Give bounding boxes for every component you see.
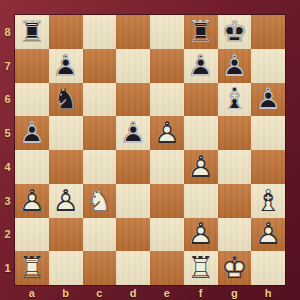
pawn-fill-glyph: ♟ [116, 116, 150, 150]
pawn-outline-glyph: ♙ [15, 116, 49, 150]
bishop-outline-glyph: ♗ [251, 184, 285, 218]
square-c7[interactable] [83, 49, 117, 83]
pawn-fill-glyph: ♟ [184, 218, 218, 252]
piece-white-pawn[interactable]: ♟♙ [184, 218, 218, 252]
file-label-e: e [150, 285, 184, 300]
king-fill-glyph: ♚ [218, 251, 252, 285]
square-h1[interactable] [251, 251, 285, 285]
file-label-a: a [15, 285, 49, 300]
piece-black-king[interactable]: ♚♔ [218, 15, 252, 49]
rank-label-6: 6 [0, 83, 15, 117]
square-c1[interactable] [83, 251, 117, 285]
square-f5[interactable] [184, 116, 218, 150]
piece-black-bishop[interactable]: ♝♗ [218, 83, 252, 117]
square-h5[interactable] [251, 116, 285, 150]
square-e3[interactable] [150, 184, 184, 218]
square-e1[interactable] [150, 251, 184, 285]
knight-outline-glyph: ♘ [49, 83, 83, 117]
rook-outline-glyph: ♖ [184, 251, 218, 285]
piece-black-rook[interactable]: ♜♖ [15, 15, 49, 49]
pawn-fill-glyph: ♟ [184, 49, 218, 83]
square-a5[interactable]: ♟♙ [15, 116, 49, 150]
square-b4[interactable] [49, 150, 83, 184]
square-g3[interactable] [218, 184, 252, 218]
rank-label-1: 1 [0, 251, 15, 285]
square-e2[interactable] [150, 218, 184, 252]
square-c6[interactable] [83, 83, 117, 117]
pawn-fill-glyph: ♟ [251, 83, 285, 117]
file-label-c: c [83, 285, 117, 300]
rook-outline-glyph: ♖ [15, 15, 49, 49]
bishop-outline-glyph: ♗ [218, 83, 252, 117]
square-d4[interactable] [116, 150, 150, 184]
pawn-fill-glyph: ♟ [251, 218, 285, 252]
file-label-f: f [184, 285, 218, 300]
rank-label-2: 2 [0, 218, 15, 252]
rook-fill-glyph: ♜ [184, 15, 218, 49]
piece-white-king[interactable]: ♚♔ [218, 251, 252, 285]
square-d7[interactable] [116, 49, 150, 83]
piece-black-pawn[interactable]: ♟♙ [251, 83, 285, 117]
square-g4[interactable] [218, 150, 252, 184]
rook-outline-glyph: ♖ [184, 15, 218, 49]
square-g5[interactable] [218, 116, 252, 150]
pawn-outline-glyph: ♙ [251, 83, 285, 117]
piece-black-pawn[interactable]: ♟♙ [15, 116, 49, 150]
square-a2[interactable] [15, 218, 49, 252]
square-g2[interactable] [218, 218, 252, 252]
piece-white-pawn[interactable]: ♟♙ [15, 184, 49, 218]
square-f2[interactable]: ♟♙ [184, 218, 218, 252]
square-h8[interactable] [251, 15, 285, 49]
rank-labels: 87654321 [0, 15, 15, 285]
square-b2[interactable] [49, 218, 83, 252]
square-d1[interactable] [116, 251, 150, 285]
file-label-b: b [49, 285, 83, 300]
pawn-outline-glyph: ♙ [218, 49, 252, 83]
piece-white-bishop[interactable]: ♝♗ [251, 184, 285, 218]
rook-fill-glyph: ♜ [15, 251, 49, 285]
square-b6[interactable]: ♞♘ [49, 83, 83, 117]
square-b8[interactable] [49, 15, 83, 49]
rank-label-3: 3 [0, 184, 15, 218]
chess-board-frame: 87654321 abcdefgh ♜♖♜♖♚♔♟♙♟♙♟♙♞♘♝♗♟♙♟♙♟♙… [0, 0, 300, 300]
square-h3[interactable]: ♝♗ [251, 184, 285, 218]
square-f1[interactable]: ♜♖ [184, 251, 218, 285]
king-fill-glyph: ♚ [218, 15, 252, 49]
file-label-g: g [218, 285, 252, 300]
piece-white-pawn[interactable]: ♟♙ [49, 184, 83, 218]
square-e8[interactable] [150, 15, 184, 49]
pawn-fill-glyph: ♟ [150, 116, 184, 150]
square-g8[interactable]: ♚♔ [218, 15, 252, 49]
square-f4[interactable]: ♟♙ [184, 150, 218, 184]
square-c8[interactable] [83, 15, 117, 49]
square-a6[interactable] [15, 83, 49, 117]
square-b5[interactable] [49, 116, 83, 150]
file-label-h: h [251, 285, 285, 300]
square-c3[interactable]: ♞♘ [83, 184, 117, 218]
pawn-outline-glyph: ♙ [184, 150, 218, 184]
pawn-fill-glyph: ♟ [49, 49, 83, 83]
rank-label-4: 4 [0, 150, 15, 184]
rook-fill-glyph: ♜ [15, 15, 49, 49]
rank-label-7: 7 [0, 49, 15, 83]
square-g6[interactable]: ♝♗ [218, 83, 252, 117]
square-h2[interactable]: ♟♙ [251, 218, 285, 252]
square-f6[interactable] [184, 83, 218, 117]
rank-label-5: 5 [0, 116, 15, 150]
rook-outline-glyph: ♖ [15, 251, 49, 285]
square-f8[interactable]: ♜♖ [184, 15, 218, 49]
king-outline-glyph: ♔ [218, 15, 252, 49]
knight-fill-glyph: ♞ [49, 83, 83, 117]
pawn-outline-glyph: ♙ [150, 116, 184, 150]
piece-white-pawn[interactable]: ♟♙ [150, 116, 184, 150]
square-g7[interactable]: ♟♙ [218, 49, 252, 83]
square-b7[interactable]: ♟♙ [49, 49, 83, 83]
bishop-fill-glyph: ♝ [218, 83, 252, 117]
pawn-outline-glyph: ♙ [49, 49, 83, 83]
pawn-outline-glyph: ♙ [184, 49, 218, 83]
square-a8[interactable]: ♜♖ [15, 15, 49, 49]
piece-black-knight[interactable]: ♞♘ [49, 83, 83, 117]
piece-white-rook[interactable]: ♜♖ [15, 251, 49, 285]
pawn-outline-glyph: ♙ [116, 116, 150, 150]
square-c4[interactable] [83, 150, 117, 184]
pawn-fill-glyph: ♟ [49, 184, 83, 218]
square-a3[interactable]: ♟♙ [15, 184, 49, 218]
square-d3[interactable] [116, 184, 150, 218]
piece-white-pawn[interactable]: ♟♙ [251, 218, 285, 252]
piece-black-pawn[interactable]: ♟♙ [49, 49, 83, 83]
square-d5[interactable]: ♟♙ [116, 116, 150, 150]
piece-black-pawn[interactable]: ♟♙ [116, 116, 150, 150]
king-outline-glyph: ♔ [218, 251, 252, 285]
square-h6[interactable]: ♟♙ [251, 83, 285, 117]
square-a4[interactable] [15, 150, 49, 184]
square-a1[interactable]: ♜♖ [15, 251, 49, 285]
piece-black-pawn[interactable]: ♟♙ [184, 49, 218, 83]
square-e7[interactable] [150, 49, 184, 83]
piece-white-pawn[interactable]: ♟♙ [184, 150, 218, 184]
square-f3[interactable] [184, 184, 218, 218]
knight-outline-glyph: ♘ [83, 184, 117, 218]
pawn-fill-glyph: ♟ [15, 184, 49, 218]
square-d6[interactable] [116, 83, 150, 117]
square-e5[interactable]: ♟♙ [150, 116, 184, 150]
bishop-fill-glyph: ♝ [251, 184, 285, 218]
pawn-fill-glyph: ♟ [218, 49, 252, 83]
pawn-outline-glyph: ♙ [184, 218, 218, 252]
chess-board: ♜♖♜♖♚♔♟♙♟♙♟♙♞♘♝♗♟♙♟♙♟♙♟♙♟♙♟♙♟♙♞♘♝♗♟♙♟♙♜♖… [15, 15, 285, 285]
square-b1[interactable] [49, 251, 83, 285]
rank-label-8: 8 [0, 15, 15, 49]
file-labels: abcdefgh [15, 285, 285, 300]
piece-black-pawn[interactable]: ♟♙ [218, 49, 252, 83]
pawn-outline-glyph: ♙ [49, 184, 83, 218]
square-d8[interactable] [116, 15, 150, 49]
knight-fill-glyph: ♞ [83, 184, 117, 218]
square-d2[interactable] [116, 218, 150, 252]
piece-black-rook[interactable]: ♜♖ [184, 15, 218, 49]
square-b3[interactable]: ♟♙ [49, 184, 83, 218]
square-c2[interactable] [83, 218, 117, 252]
pawn-fill-glyph: ♟ [15, 116, 49, 150]
square-g1[interactable]: ♚♔ [218, 251, 252, 285]
square-h4[interactable] [251, 150, 285, 184]
file-label-d: d [116, 285, 150, 300]
pawn-outline-glyph: ♙ [15, 184, 49, 218]
square-e4[interactable] [150, 150, 184, 184]
square-c5[interactable] [83, 116, 117, 150]
pawn-outline-glyph: ♙ [251, 218, 285, 252]
square-f7[interactable]: ♟♙ [184, 49, 218, 83]
square-h7[interactable] [251, 49, 285, 83]
pawn-fill-glyph: ♟ [184, 150, 218, 184]
square-e6[interactable] [150, 83, 184, 117]
square-a7[interactable] [15, 49, 49, 83]
piece-white-rook[interactable]: ♜♖ [184, 251, 218, 285]
rook-fill-glyph: ♜ [184, 251, 218, 285]
piece-white-knight[interactable]: ♞♘ [83, 184, 117, 218]
